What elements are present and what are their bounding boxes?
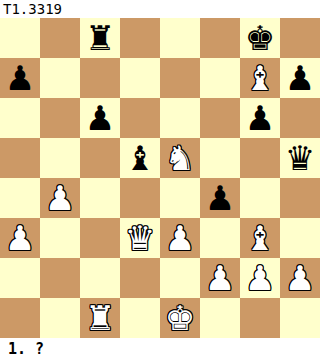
square-e2[interactable] <box>160 258 200 298</box>
square-b8[interactable] <box>40 18 80 58</box>
square-b2[interactable] <box>40 258 80 298</box>
piece-black-queen[interactable]: ♛ <box>285 138 315 178</box>
square-g3[interactable]: ♝ <box>240 218 280 258</box>
square-g2[interactable]: ♟ <box>240 258 280 298</box>
square-d2[interactable] <box>120 258 160 298</box>
square-g7[interactable]: ♝ <box>240 58 280 98</box>
move-prompt-label: 1. ? <box>0 338 320 360</box>
square-h1[interactable] <box>280 298 320 338</box>
chess-puzzle-window: T1.3319 ♜♚♟♝♟♟♟♝♞♛♟♟♟♛♟♝♟♟♟♜♚ 1. ? <box>0 0 320 360</box>
square-f5[interactable] <box>200 138 240 178</box>
piece-black-rook[interactable]: ♜ <box>85 18 115 58</box>
square-g6[interactable]: ♟ <box>240 98 280 138</box>
square-h7[interactable]: ♟ <box>280 58 320 98</box>
square-c2[interactable] <box>80 258 120 298</box>
piece-white-bishop[interactable]: ♝ <box>245 58 275 98</box>
piece-white-pawn[interactable]: ♟ <box>5 218 35 258</box>
square-a4[interactable] <box>0 178 40 218</box>
square-g8[interactable]: ♚ <box>240 18 280 58</box>
piece-white-rook[interactable]: ♜ <box>85 298 115 338</box>
piece-white-king[interactable]: ♚ <box>165 298 195 338</box>
square-d8[interactable] <box>120 18 160 58</box>
piece-black-king[interactable]: ♚ <box>245 18 275 58</box>
square-e5[interactable]: ♞ <box>160 138 200 178</box>
square-c4[interactable] <box>80 178 120 218</box>
square-d1[interactable] <box>120 298 160 338</box>
square-c5[interactable] <box>80 138 120 178</box>
square-a8[interactable] <box>0 18 40 58</box>
square-e3[interactable]: ♟ <box>160 218 200 258</box>
square-h2[interactable]: ♟ <box>280 258 320 298</box>
puzzle-id-label: T1.3319 <box>0 0 320 18</box>
square-g1[interactable] <box>240 298 280 338</box>
square-c3[interactable] <box>80 218 120 258</box>
piece-white-queen[interactable]: ♛ <box>125 218 155 258</box>
square-b1[interactable] <box>40 298 80 338</box>
square-d5[interactable]: ♝ <box>120 138 160 178</box>
square-f2[interactable]: ♟ <box>200 258 240 298</box>
square-b5[interactable] <box>40 138 80 178</box>
square-f7[interactable] <box>200 58 240 98</box>
piece-white-bishop[interactable]: ♝ <box>245 218 275 258</box>
piece-black-pawn[interactable]: ♟ <box>205 178 235 218</box>
piece-black-pawn[interactable]: ♟ <box>85 98 115 138</box>
square-a6[interactable] <box>0 98 40 138</box>
square-c7[interactable] <box>80 58 120 98</box>
piece-white-pawn[interactable]: ♟ <box>285 258 315 298</box>
square-h8[interactable] <box>280 18 320 58</box>
square-h4[interactable] <box>280 178 320 218</box>
square-h6[interactable] <box>280 98 320 138</box>
square-a1[interactable] <box>0 298 40 338</box>
square-d3[interactable]: ♛ <box>120 218 160 258</box>
square-c8[interactable]: ♜ <box>80 18 120 58</box>
square-e6[interactable] <box>160 98 200 138</box>
square-f4[interactable]: ♟ <box>200 178 240 218</box>
square-c6[interactable]: ♟ <box>80 98 120 138</box>
piece-white-pawn[interactable]: ♟ <box>165 218 195 258</box>
square-e1[interactable]: ♚ <box>160 298 200 338</box>
piece-black-pawn[interactable]: ♟ <box>285 58 315 98</box>
square-c1[interactable]: ♜ <box>80 298 120 338</box>
square-d6[interactable] <box>120 98 160 138</box>
piece-white-pawn[interactable]: ♟ <box>245 258 275 298</box>
square-f8[interactable] <box>200 18 240 58</box>
square-g5[interactable] <box>240 138 280 178</box>
square-e4[interactable] <box>160 178 200 218</box>
square-a3[interactable]: ♟ <box>0 218 40 258</box>
square-d4[interactable] <box>120 178 160 218</box>
square-a5[interactable] <box>0 138 40 178</box>
piece-white-pawn[interactable]: ♟ <box>205 258 235 298</box>
square-f3[interactable] <box>200 218 240 258</box>
piece-white-knight[interactable]: ♞ <box>165 138 195 178</box>
square-e7[interactable] <box>160 58 200 98</box>
square-h5[interactable]: ♛ <box>280 138 320 178</box>
piece-black-bishop[interactable]: ♝ <box>125 138 155 178</box>
square-f1[interactable] <box>200 298 240 338</box>
square-b3[interactable] <box>40 218 80 258</box>
square-b7[interactable] <box>40 58 80 98</box>
square-d7[interactable] <box>120 58 160 98</box>
square-a7[interactable]: ♟ <box>0 58 40 98</box>
square-f6[interactable] <box>200 98 240 138</box>
square-g4[interactable] <box>240 178 280 218</box>
square-a2[interactable] <box>0 258 40 298</box>
piece-white-pawn[interactable]: ♟ <box>45 178 75 218</box>
square-b4[interactable]: ♟ <box>40 178 80 218</box>
square-b6[interactable] <box>40 98 80 138</box>
piece-black-pawn[interactable]: ♟ <box>5 58 35 98</box>
square-h3[interactable] <box>280 218 320 258</box>
square-e8[interactable] <box>160 18 200 58</box>
piece-black-pawn[interactable]: ♟ <box>245 98 275 138</box>
chess-board: ♜♚♟♝♟♟♟♝♞♛♟♟♟♛♟♝♟♟♟♜♚ <box>0 18 320 338</box>
